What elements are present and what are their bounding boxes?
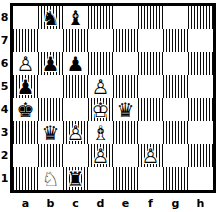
square-d6[interactable] [88,52,113,75]
square-b7[interactable] [38,29,63,52]
white-king-fill: ♚ [88,98,113,121]
file-label-c: c [63,195,88,211]
square-b4[interactable] [38,98,63,121]
square-e3[interactable] [113,121,138,144]
white-pawn-piece[interactable]: ♙ [138,144,163,167]
file-label-d: d [88,195,113,211]
square-f2[interactable]: ♟♙ [138,144,163,167]
square-f8[interactable] [138,6,163,29]
white-pawn-piece[interactable]: ♙ [13,52,38,75]
rank-label-2: 2 [0,144,9,167]
square-h3[interactable] [188,121,213,144]
square-e2[interactable] [113,144,138,167]
black-queen-piece[interactable]: ♛ [113,98,138,121]
square-a2[interactable] [13,144,38,167]
square-c5[interactable] [63,75,88,98]
square-g8[interactable] [163,6,188,29]
file-label-a: a [13,195,38,211]
file-label-h: h [188,195,213,211]
square-b1[interactable]: ♞♘ [38,167,63,190]
rank-label-4: 4 [0,98,9,121]
square-f3[interactable] [138,121,163,144]
square-e8[interactable] [113,6,138,29]
square-f4[interactable] [138,98,163,121]
square-a6[interactable]: ♟♙ [13,52,38,75]
square-h1[interactable] [188,167,213,190]
square-f5[interactable] [138,75,163,98]
white-pawn-fill: ♟ [88,75,113,98]
square-a3[interactable] [13,121,38,144]
black-knight-piece[interactable]: ♞ [38,6,63,29]
square-b8[interactable]: ♞ [38,6,63,29]
black-pawn-piece[interactable]: ♟ [63,52,88,75]
square-d1[interactable] [88,167,113,190]
square-h8[interactable] [188,6,213,29]
rank-label-7: 7 [0,29,9,52]
square-c7[interactable] [63,29,88,52]
square-a7[interactable] [13,29,38,52]
white-knight-fill: ♞ [38,167,63,190]
white-pawn-fill: ♟ [63,121,88,144]
white-knight-piece[interactable]: ♘ [38,167,63,190]
file-label-b: b [38,195,63,211]
white-pawn-fill: ♟ [88,144,113,167]
square-c1[interactable]: ♜ [63,167,88,190]
white-pawn-piece[interactable]: ♙ [88,75,113,98]
square-g4[interactable] [163,98,188,121]
file-label-g: g [163,195,188,211]
square-g3[interactable] [163,121,188,144]
square-h6[interactable] [188,52,213,75]
square-h7[interactable] [188,29,213,52]
square-d3[interactable]: ♝♗ [88,121,113,144]
chess-board: ♞♝♟♙♟♟♟♟♙♚♚♔♛♛♟♙♝♗♟♙♟♙♞♘♜ [10,3,216,193]
rank-label-8: 8 [0,6,9,29]
square-b2[interactable] [38,144,63,167]
rank-label-5: 5 [0,75,9,98]
square-h5[interactable] [188,75,213,98]
square-c8[interactable]: ♝ [63,6,88,29]
square-a5[interactable]: ♟ [13,75,38,98]
rank-label-6: 6 [0,52,9,75]
white-bishop-fill: ♝ [88,121,113,144]
rank-label-3: 3 [0,121,9,144]
square-c6[interactable]: ♟ [63,52,88,75]
square-f6[interactable] [138,52,163,75]
square-h4[interactable] [188,98,213,121]
square-g5[interactable] [163,75,188,98]
square-e4[interactable]: ♛ [113,98,138,121]
square-b6[interactable]: ♟ [38,52,63,75]
square-c3[interactable]: ♟♙ [63,121,88,144]
square-d4[interactable]: ♚♔ [88,98,113,121]
square-g6[interactable] [163,52,188,75]
file-label-e: e [113,195,138,211]
black-pawn-piece[interactable]: ♟ [38,52,63,75]
square-f1[interactable] [138,167,163,190]
black-pawn-piece[interactable]: ♟ [13,75,38,98]
square-a1[interactable] [13,167,38,190]
white-pawn-fill: ♟ [138,144,163,167]
square-e1[interactable] [113,167,138,190]
file-labels: abcdefgh [13,195,213,211]
white-king-piece[interactable]: ♔ [88,98,113,121]
square-c2[interactable] [63,144,88,167]
square-f7[interactable] [138,29,163,52]
square-d8[interactable] [88,6,113,29]
black-queen-piece[interactable]: ♛ [38,121,63,144]
square-e7[interactable] [113,29,138,52]
chess-diagram: 87654321 ♞♝♟♙♟♟♟♟♙♚♚♔♛♛♟♙♝♗♟♙♟♙♞♘♜ abcde… [0,0,221,212]
black-king-piece[interactable]: ♚ [13,98,38,121]
white-pawn-piece[interactable]: ♙ [88,144,113,167]
square-e5[interactable] [113,75,138,98]
square-d2[interactable]: ♟♙ [88,144,113,167]
square-b3[interactable]: ♛ [38,121,63,144]
square-a8[interactable] [13,6,38,29]
square-c4[interactable] [63,98,88,121]
black-rook-piece[interactable]: ♜ [63,167,88,190]
square-g7[interactable] [163,29,188,52]
square-a4[interactable]: ♚ [13,98,38,121]
white-pawn-fill: ♟ [13,52,38,75]
square-d7[interactable] [88,29,113,52]
square-g2[interactable] [163,144,188,167]
rank-labels: 87654321 [0,6,9,190]
white-pawn-piece[interactable]: ♙ [63,121,88,144]
file-label-f: f [138,195,163,211]
black-bishop-piece[interactable]: ♝ [63,6,88,29]
square-d5[interactable]: ♟♙ [88,75,113,98]
white-bishop-piece[interactable]: ♗ [88,121,113,144]
square-g1[interactable] [163,167,188,190]
rank-label-1: 1 [0,167,9,190]
square-e6[interactable] [113,52,138,75]
square-h2[interactable] [188,144,213,167]
square-b5[interactable] [38,75,63,98]
